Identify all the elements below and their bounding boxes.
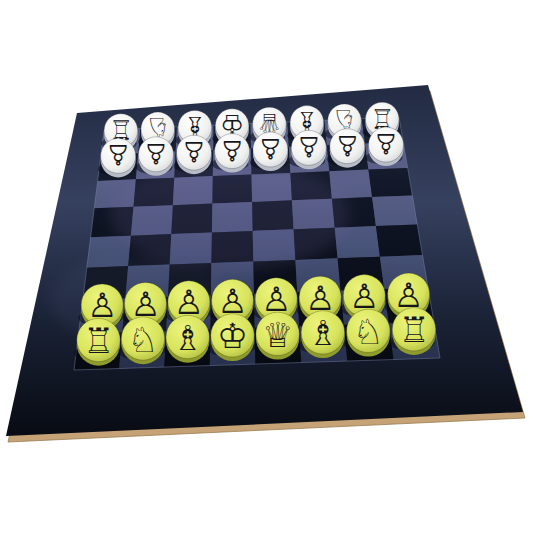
chess-board: ♖♘♗♔♕♗♘♖♙♙♙♙♙♙♙♙♙♙♙♙♙♙♙♙♖♘♗♔♕♗♘♖ bbox=[0, 0, 533, 533]
pawn-symbol: ♙ bbox=[258, 132, 283, 165]
knight-symbol: ♘ bbox=[353, 312, 384, 352]
pawn-symbol: ♙ bbox=[335, 129, 360, 162]
rook-symbol: ♖ bbox=[399, 310, 430, 350]
queen-symbol: ♕ bbox=[262, 315, 293, 355]
bishop-symbol: ♗ bbox=[307, 313, 338, 353]
rook-symbol: ♖ bbox=[83, 321, 114, 361]
knight-symbol: ♘ bbox=[128, 320, 159, 360]
king-symbol: ♔ bbox=[217, 316, 248, 356]
bishop-symbol: ♗ bbox=[172, 318, 203, 358]
pawn-symbol: ♙ bbox=[106, 138, 131, 171]
chessboard-photo: ♖♘♗♔♕♗♘♖♙♙♙♙♙♙♙♙♙♙♙♙♙♙♙♙♖♘♗♔♕♗♘♖ bbox=[0, 0, 533, 533]
square-h5[interactable] bbox=[372, 196, 417, 227]
square-h4[interactable] bbox=[376, 225, 423, 257]
pawn-symbol: ♙ bbox=[143, 137, 168, 170]
square-h6[interactable] bbox=[368, 168, 412, 197]
pawn-symbol: ♙ bbox=[220, 134, 245, 167]
pawn-symbol: ♙ bbox=[181, 135, 206, 168]
glaze-sheen bbox=[110, 160, 350, 270]
pawn-symbol: ♙ bbox=[296, 130, 321, 163]
pawn-symbol: ♙ bbox=[373, 127, 398, 160]
